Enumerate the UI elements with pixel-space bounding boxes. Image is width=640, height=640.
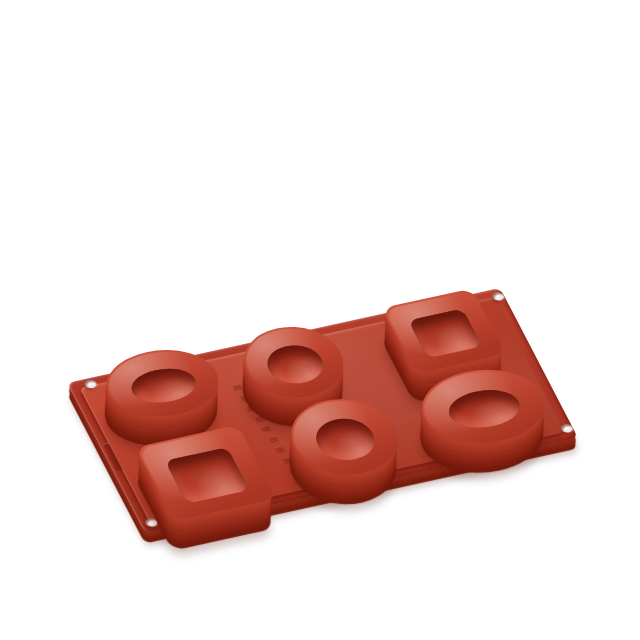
cavity-well: [165, 447, 249, 503]
cavity-well: [408, 309, 482, 359]
product-photo: [0, 0, 640, 640]
cavity-well: [260, 341, 331, 388]
cavity-well: [442, 384, 528, 433]
mold-tray: [67, 288, 578, 533]
cavity-well: [308, 414, 383, 465]
cavity-well: [125, 363, 203, 407]
